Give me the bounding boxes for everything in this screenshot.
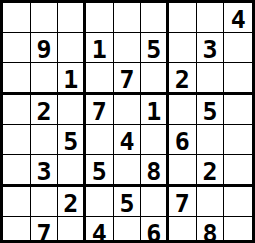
cell-r5c8[interactable] <box>197 125 225 155</box>
cell-r6c9[interactable] <box>224 155 252 187</box>
cell-r2c4: 1 <box>86 33 114 63</box>
cell-r4c6: 1 <box>141 95 169 125</box>
cell-r3c8[interactable] <box>197 63 225 95</box>
cell-r5c6[interactable] <box>141 125 169 155</box>
cell-r2c3[interactable] <box>58 33 86 63</box>
cell-r3c4[interactable] <box>86 63 114 95</box>
cell-r1c5[interactable] <box>114 3 142 33</box>
cell-r7c4[interactable] <box>86 187 114 217</box>
cell-r3c1[interactable] <box>3 63 31 95</box>
cell-r1c4[interactable] <box>86 3 114 33</box>
cell-r6c3[interactable] <box>58 155 86 187</box>
sudoku-board: 4915317227155463582257746893 <box>0 0 255 243</box>
cell-r4c7[interactable] <box>169 95 197 125</box>
cell-r1c2[interactable] <box>31 3 59 33</box>
cell-r8c3[interactable] <box>58 217 86 243</box>
cell-r4c2: 2 <box>31 95 59 125</box>
cell-r3c6[interactable] <box>141 63 169 95</box>
cell-r6c6: 8 <box>141 155 169 187</box>
cell-r2c8: 3 <box>197 33 225 63</box>
cell-r8c8: 8 <box>197 217 225 243</box>
cell-r3c3: 1 <box>58 63 86 95</box>
cell-r3c7: 2 <box>169 63 197 95</box>
cell-r5c1[interactable] <box>3 125 31 155</box>
cell-r8c9[interactable] <box>224 217 252 243</box>
cell-r7c9[interactable] <box>224 187 252 217</box>
cell-r1c1[interactable] <box>3 3 31 33</box>
cell-r3c9[interactable] <box>224 63 252 95</box>
cell-r2c2: 9 <box>31 33 59 63</box>
cell-r8c1[interactable] <box>3 217 31 243</box>
cell-r6c7[interactable] <box>169 155 197 187</box>
cell-r5c9[interactable] <box>224 125 252 155</box>
cell-r6c1[interactable] <box>3 155 31 187</box>
cell-r5c3: 5 <box>58 125 86 155</box>
cell-r7c8[interactable] <box>197 187 225 217</box>
cell-r1c8[interactable] <box>197 3 225 33</box>
cell-r2c6: 5 <box>141 33 169 63</box>
cell-r6c5[interactable] <box>114 155 142 187</box>
cell-r5c7: 6 <box>169 125 197 155</box>
cell-r7c2[interactable] <box>31 187 59 217</box>
cell-r5c2[interactable] <box>31 125 59 155</box>
cell-r4c3[interactable] <box>58 95 86 125</box>
cell-r2c5[interactable] <box>114 33 142 63</box>
cell-r4c1[interactable] <box>3 95 31 125</box>
cell-r2c1[interactable] <box>3 33 31 63</box>
cell-r5c5: 4 <box>114 125 142 155</box>
cell-r5c4[interactable] <box>86 125 114 155</box>
cell-r1c7[interactable] <box>169 3 197 33</box>
cell-r7c5: 5 <box>114 187 142 217</box>
cell-r6c4: 5 <box>86 155 114 187</box>
cell-r7c1[interactable] <box>3 187 31 217</box>
cell-r1c9: 4 <box>224 3 252 33</box>
cell-r8c5[interactable] <box>114 217 142 243</box>
cell-r6c2: 3 <box>31 155 59 187</box>
cell-r2c7[interactable] <box>169 33 197 63</box>
cell-r6c8: 2 <box>197 155 225 187</box>
cell-r8c4: 4 <box>86 217 114 243</box>
cell-r8c6: 6 <box>141 217 169 243</box>
cell-r4c9[interactable] <box>224 95 252 125</box>
cell-r8c2: 7 <box>31 217 59 243</box>
cell-r3c5: 7 <box>114 63 142 95</box>
cell-r4c5[interactable] <box>114 95 142 125</box>
cell-r1c3[interactable] <box>58 3 86 33</box>
cell-r8c7[interactable] <box>169 217 197 243</box>
cell-r7c7: 7 <box>169 187 197 217</box>
cell-r1c6[interactable] <box>141 3 169 33</box>
cell-r2c9[interactable] <box>224 33 252 63</box>
cell-r4c8: 5 <box>197 95 225 125</box>
cell-r7c6[interactable] <box>141 187 169 217</box>
cell-r4c4: 7 <box>86 95 114 125</box>
cell-r3c2[interactable] <box>31 63 59 95</box>
cell-r7c3: 2 <box>58 187 86 217</box>
